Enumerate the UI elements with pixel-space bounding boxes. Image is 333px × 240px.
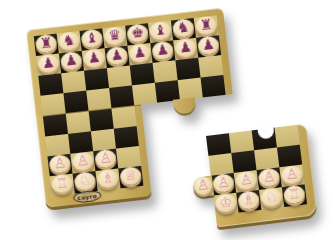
square-d7[interactable]: ♟ [105,46,130,68]
board-grid-white-kingside: ♙♙♙♙♔♗♘♖ [206,125,307,216]
piece-glyph: ♛ [108,27,122,43]
square-f7[interactable]: ♟ [150,40,175,62]
square-f8[interactable]: ♝ [148,21,173,43]
piece-glyph: ♞ [62,33,76,49]
square-b5[interactable] [63,91,88,113]
detached-board-section: ♙ ♙♙♙♙♔♗♘♖ [206,124,317,228]
piece-glyph: ♙ [196,177,210,193]
piece-black-rook[interactable]: ♜ [35,33,58,53]
piece-black-bishop[interactable]: ♝ [149,20,172,40]
piece-black-queen[interactable]: ♛ [103,25,126,45]
tab-square-d2[interactable]: ♙ [193,177,213,197]
square-c3[interactable] [91,129,116,151]
square-b4[interactable] [66,111,91,133]
piece-glyph: ♘ [264,189,278,205]
piece-black-pawn[interactable]: ♟ [106,45,129,65]
square-d1[interactable]: ♕ [118,166,143,188]
piece-black-knight[interactable]: ♞ [58,31,81,51]
square-e5[interactable] [132,83,157,105]
piece-glyph: ♙ [239,172,253,188]
piece-white-knight[interactable]: ♘ [260,187,283,207]
square-h5[interactable] [201,75,226,97]
piece-black-pawn[interactable]: ♟ [60,50,83,70]
square-e1[interactable]: ♔ [213,193,238,216]
square-h7[interactable]: ♟ [196,35,221,57]
piece-glyph: ♜ [39,35,53,51]
piece-glyph: ♟ [87,50,101,66]
square-d8[interactable]: ♛ [102,26,127,48]
piece-glyph: ♟ [64,52,78,68]
square-h8[interactable]: ♜ [194,15,219,37]
square-a8[interactable]: ♜ [34,34,59,56]
square-g5[interactable] [178,78,203,100]
square-b7[interactable]: ♟ [59,51,84,73]
piece-white-pawn[interactable]: ♙ [48,153,71,173]
piece-glyph: ♟ [178,39,192,55]
piece-glyph: ♖ [287,186,301,202]
piece-glyph: ♖ [55,175,69,191]
square-d2[interactable] [116,146,141,168]
square-d4[interactable] [111,106,136,128]
piece-white-pawn[interactable]: ♙ [280,164,303,184]
piece-glyph: ♘ [78,173,92,189]
square-f6[interactable] [153,60,178,82]
square-e7[interactable]: ♟ [127,43,152,65]
square-h1[interactable]: ♖ [282,184,307,207]
puzzle-tab-down [173,97,197,114]
piece-glyph: ♙ [216,175,230,191]
piece-white-rook[interactable]: ♖ [51,173,74,193]
product-photo-travel-chess-set: ♜♞♝♛♚♝♞♜♟♟♟♟♟♟♟♟ ♙♙♙♖♘♗♕ cayro ♙ ♙♙♙♙♔♗♘… [0,0,333,240]
square-a5[interactable] [41,93,66,115]
square-c4[interactable] [89,109,114,131]
square-d3[interactable] [114,126,139,148]
square-c7[interactable]: ♟ [82,48,107,70]
piece-black-pawn[interactable]: ♟ [151,40,174,60]
square-h6[interactable] [198,55,223,77]
piece-black-pawn[interactable]: ♟ [197,35,220,55]
board-grid-white-queenside: ♙♙♙♖♘♗♕ [43,104,151,196]
square-c2[interactable]: ♙ [93,149,118,171]
piece-white-bishop[interactable]: ♗ [237,190,260,210]
board-segment-black-half: ♜♞♝♛♚♝♞♜♟♟♟♟♟♟♟♟ [26,8,233,117]
square-a7[interactable]: ♟ [36,53,61,75]
square-a3[interactable] [45,134,70,156]
square-g8[interactable]: ♞ [171,18,196,40]
piece-glyph: ♞ [176,20,190,36]
piece-white-bishop[interactable]: ♗ [96,168,119,188]
square-a6[interactable] [38,73,63,95]
piece-white-pawn[interactable]: ♙ [71,151,94,171]
piece-black-pawn[interactable]: ♟ [174,37,197,57]
piece-black-pawn[interactable]: ♟ [83,48,106,68]
piece-glyph: ♜ [199,17,213,33]
piece-black-pawn[interactable]: ♟ [37,53,60,73]
square-c6[interactable] [84,68,109,90]
square-d6[interactable] [107,65,132,87]
square-c5[interactable] [86,88,111,110]
piece-glyph: ♟ [110,47,124,63]
square-g1[interactable]: ♘ [259,187,284,210]
square-a2[interactable]: ♙ [47,154,72,176]
piece-white-pawn[interactable]: ♙ [94,148,117,168]
piece-glyph: ♙ [285,166,299,182]
piece-black-pawn[interactable]: ♟ [128,43,151,63]
piece-black-king[interactable]: ♚ [126,23,149,43]
square-c8[interactable]: ♝ [79,28,104,50]
piece-glyph: ♙ [76,153,90,169]
square-c1[interactable]: ♗ [95,168,120,190]
piece-glyph: ♝ [85,30,99,46]
brand-logo-text: cayro [77,192,98,201]
piece-glyph: ♗ [241,192,255,208]
piece-glyph: ♙ [262,169,276,185]
board-segment-white-kingside: ♙ ♙♙♙♙♔♗♘♖ [206,124,317,228]
square-a4[interactable] [43,114,68,136]
square-a1[interactable]: ♖ [50,174,75,196]
piece-black-bishop[interactable]: ♝ [80,28,103,48]
piece-white-queen[interactable]: ♕ [119,165,142,185]
piece-glyph: ♟ [201,37,215,53]
piece-glyph: ♙ [98,150,112,166]
square-b6[interactable] [61,71,86,93]
piece-white-pawn[interactable]: ♙ [257,167,280,187]
board-segment-white-queenside: ♙♙♙♖♘♗♕ cayro [36,104,152,207]
square-b2[interactable]: ♙ [70,151,95,173]
square-b3[interactable] [68,131,93,153]
square-g7[interactable]: ♟ [173,38,198,60]
square-f1[interactable]: ♗ [236,190,261,213]
puzzle-tab-left: ♙ [192,176,214,198]
square-b8[interactable]: ♞ [57,31,82,53]
square-d5[interactable] [109,85,134,107]
piece-glyph: ♟ [133,45,147,61]
piece-glyph: ♕ [124,167,138,183]
piece-glyph: ♟ [156,42,170,58]
piece-white-king[interactable]: ♔ [214,192,237,212]
piece-glyph: ♝ [153,22,167,38]
square-e6[interactable] [130,63,155,85]
piece-glyph: ♔ [219,194,233,210]
piece-glyph: ♟ [41,55,55,71]
square-g6[interactable] [175,58,200,80]
piece-white-pawn[interactable]: ♙ [212,173,235,193]
piece-white-rook[interactable]: ♖ [283,184,306,204]
piece-glyph: ♚ [130,25,144,41]
piece-white-knight[interactable]: ♘ [73,171,96,191]
piece-white-pawn[interactable]: ♙ [193,175,213,195]
board-grid-black-half: ♜♞♝♛♚♝♞♜♟♟♟♟♟♟♟♟ [34,15,226,115]
piece-black-rook[interactable]: ♜ [195,15,218,35]
piece-black-knight[interactable]: ♞ [172,18,195,38]
piece-white-pawn[interactable]: ♙ [235,170,258,190]
square-e8[interactable]: ♚ [125,23,150,45]
piece-glyph: ♗ [101,170,115,186]
piece-glyph: ♙ [53,155,67,171]
